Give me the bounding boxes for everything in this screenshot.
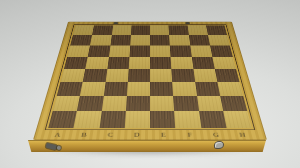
file-label-g: G bbox=[213, 132, 220, 139]
square-c5[interactable] bbox=[107, 57, 129, 69]
square-g4[interactable] bbox=[193, 69, 217, 82]
file-label-a: A bbox=[54, 132, 61, 139]
square-f1[interactable] bbox=[174, 111, 201, 128]
chess-board: A B C D E F G H bbox=[33, 22, 267, 140]
square-e5[interactable] bbox=[150, 57, 172, 69]
square-a3[interactable] bbox=[57, 82, 83, 96]
square-e1[interactable] bbox=[150, 111, 175, 128]
square-f8[interactable] bbox=[169, 25, 189, 35]
square-b1[interactable] bbox=[74, 111, 102, 128]
square-h5[interactable] bbox=[212, 57, 236, 69]
board-front-edge bbox=[28, 140, 266, 153]
clasp-icon bbox=[215, 142, 223, 148]
square-e2[interactable] bbox=[150, 96, 174, 111]
file-label-b: B bbox=[81, 132, 87, 139]
square-e6[interactable] bbox=[150, 46, 171, 57]
square-b8[interactable] bbox=[92, 25, 113, 35]
square-h4[interactable] bbox=[215, 69, 240, 82]
square-b3[interactable] bbox=[80, 82, 105, 96]
square-g5[interactable] bbox=[191, 57, 214, 69]
square-g3[interactable] bbox=[195, 82, 220, 96]
square-a6[interactable] bbox=[67, 46, 90, 57]
square-h8[interactable] bbox=[206, 25, 227, 35]
square-h2[interactable] bbox=[220, 96, 247, 111]
file-label-c: C bbox=[107, 132, 113, 139]
square-h7[interactable] bbox=[208, 35, 230, 45]
square-c1[interactable] bbox=[99, 111, 126, 128]
square-g7[interactable] bbox=[189, 35, 210, 45]
square-f4[interactable] bbox=[172, 69, 195, 82]
square-d6[interactable] bbox=[129, 46, 150, 57]
square-c3[interactable] bbox=[103, 82, 127, 96]
square-f7[interactable] bbox=[169, 35, 190, 45]
square-g1[interactable] bbox=[199, 111, 227, 128]
square-a4[interactable] bbox=[60, 69, 85, 82]
square-e7[interactable] bbox=[150, 35, 170, 45]
square-b7[interactable] bbox=[90, 35, 111, 45]
square-a2[interactable] bbox=[53, 96, 80, 111]
square-d7[interactable] bbox=[130, 35, 150, 45]
square-c6[interactable] bbox=[109, 46, 130, 57]
board-frame bbox=[45, 24, 256, 130]
square-h1[interactable] bbox=[223, 111, 252, 128]
square-a1[interactable] bbox=[48, 111, 77, 128]
square-f5[interactable] bbox=[171, 57, 193, 69]
square-h3[interactable] bbox=[217, 82, 243, 96]
square-b5[interactable] bbox=[85, 57, 108, 69]
square-e4[interactable] bbox=[150, 69, 172, 82]
square-c8[interactable] bbox=[111, 25, 131, 35]
file-labels: A B C D E F G H bbox=[43, 131, 257, 139]
square-h6[interactable] bbox=[210, 46, 233, 57]
square-e8[interactable] bbox=[150, 25, 169, 35]
square-a7[interactable] bbox=[70, 35, 92, 45]
square-f6[interactable] bbox=[170, 46, 191, 57]
square-a8[interactable] bbox=[73, 25, 94, 35]
square-c4[interactable] bbox=[105, 69, 128, 82]
square-b4[interactable] bbox=[83, 69, 107, 82]
square-d1[interactable] bbox=[125, 111, 150, 128]
square-c7[interactable] bbox=[110, 35, 131, 45]
file-label-e: E bbox=[161, 132, 166, 139]
square-b6[interactable] bbox=[88, 46, 110, 57]
square-g6[interactable] bbox=[190, 46, 212, 57]
square-b2[interactable] bbox=[77, 96, 103, 111]
board-grid bbox=[48, 25, 252, 128]
file-label-f: F bbox=[187, 132, 192, 139]
clasp-icon bbox=[46, 143, 58, 151]
square-f3[interactable] bbox=[172, 82, 196, 96]
square-a5[interactable] bbox=[64, 57, 88, 69]
square-g8[interactable] bbox=[187, 25, 208, 35]
square-e3[interactable] bbox=[150, 82, 173, 96]
file-label-h: H bbox=[239, 132, 246, 139]
square-d3[interactable] bbox=[127, 82, 150, 96]
file-label-d: D bbox=[134, 132, 140, 139]
square-d8[interactable] bbox=[131, 25, 150, 35]
square-c2[interactable] bbox=[101, 96, 126, 111]
square-g2[interactable] bbox=[197, 96, 223, 111]
square-d5[interactable] bbox=[128, 57, 150, 69]
square-d2[interactable] bbox=[126, 96, 150, 111]
photo-background: A B C D E F G H bbox=[0, 0, 300, 168]
square-f2[interactable] bbox=[173, 96, 198, 111]
square-d4[interactable] bbox=[128, 69, 150, 82]
